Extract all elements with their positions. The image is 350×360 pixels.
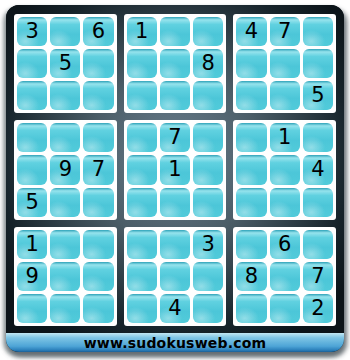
cell-r7c8[interactable]: 6 xyxy=(270,230,300,259)
cell-r2c7[interactable] xyxy=(236,49,266,78)
cell-r6c7[interactable] xyxy=(236,188,266,217)
cell-r1c7[interactable]: 4 xyxy=(236,17,266,46)
cell-r4c6[interactable] xyxy=(193,123,223,152)
sudoku-board: 36518475975711419346872 www.sudokusweb.c… xyxy=(6,5,344,352)
cell-r8c8[interactable] xyxy=(270,262,300,291)
cell-r8c6[interactable] xyxy=(193,262,223,291)
given-digit: 7 xyxy=(92,159,105,180)
given-digit: 7 xyxy=(311,266,324,287)
given-digit: 8 xyxy=(202,53,215,74)
footer-bar: www.sudokusweb.com xyxy=(6,333,344,352)
given-digit: 1 xyxy=(168,159,181,180)
cell-r8c4[interactable] xyxy=(127,262,157,291)
page: { "game": "sudoku", "grid_size": "9x9", … xyxy=(0,0,350,360)
cell-r4c8[interactable]: 1 xyxy=(270,123,300,152)
sudoku-box-3: 475 xyxy=(233,14,336,113)
given-digit: 6 xyxy=(92,21,105,42)
cell-r1c1[interactable]: 3 xyxy=(17,17,47,46)
cell-r3c2[interactable] xyxy=(50,81,80,110)
sudoku-box-6: 14 xyxy=(233,120,336,219)
cell-r3c1[interactable] xyxy=(17,81,47,110)
cell-r9c5[interactable]: 4 xyxy=(160,294,190,323)
cell-r1c4[interactable]: 1 xyxy=(127,17,157,46)
cell-r5c2[interactable]: 9 xyxy=(50,155,80,184)
given-digit: 4 xyxy=(311,159,324,180)
cell-r8c2[interactable] xyxy=(50,262,80,291)
cell-r6c2[interactable] xyxy=(50,188,80,217)
cell-r3c7[interactable] xyxy=(236,81,266,110)
cell-r4c4[interactable] xyxy=(127,123,157,152)
cell-r1c3[interactable]: 6 xyxy=(83,17,113,46)
cell-r7c3[interactable] xyxy=(83,230,113,259)
cell-r5c8[interactable] xyxy=(270,155,300,184)
cell-r2c3[interactable] xyxy=(83,49,113,78)
cell-r7c2[interactable] xyxy=(50,230,80,259)
cell-r6c1[interactable]: 5 xyxy=(17,188,47,217)
cell-r5c7[interactable] xyxy=(236,155,266,184)
cell-r1c9[interactable] xyxy=(303,17,333,46)
given-digit: 1 xyxy=(278,127,291,148)
given-digit: 7 xyxy=(168,127,181,148)
cell-r6c4[interactable] xyxy=(127,188,157,217)
given-digit: 7 xyxy=(278,21,291,42)
cell-r9c1[interactable] xyxy=(17,294,47,323)
cell-r9c4[interactable] xyxy=(127,294,157,323)
cell-r7c5[interactable] xyxy=(160,230,190,259)
cell-r7c1[interactable]: 1 xyxy=(17,230,47,259)
cell-r4c3[interactable] xyxy=(83,123,113,152)
cell-r1c8[interactable]: 7 xyxy=(270,17,300,46)
cell-r4c7[interactable] xyxy=(236,123,266,152)
cell-r8c1[interactable]: 9 xyxy=(17,262,47,291)
cell-r2c8[interactable] xyxy=(270,49,300,78)
cell-r5c6[interactable] xyxy=(193,155,223,184)
cell-r7c4[interactable] xyxy=(127,230,157,259)
cell-r8c9[interactable]: 7 xyxy=(303,262,333,291)
given-digit: 5 xyxy=(25,192,38,213)
site-url-link[interactable]: www.sudokusweb.com xyxy=(84,335,267,351)
cell-r9c8[interactable] xyxy=(270,294,300,323)
cell-r5c4[interactable] xyxy=(127,155,157,184)
given-digit: 3 xyxy=(25,21,38,42)
cell-r9c3[interactable] xyxy=(83,294,113,323)
sudoku-box-5: 71 xyxy=(124,120,227,219)
cell-r6c9[interactable] xyxy=(303,188,333,217)
given-digit: 5 xyxy=(311,85,324,106)
cell-r9c6[interactable] xyxy=(193,294,223,323)
cell-r5c9[interactable]: 4 xyxy=(303,155,333,184)
sudoku-box-2: 18 xyxy=(124,14,227,113)
cell-r7c9[interactable] xyxy=(303,230,333,259)
sudoku-box-9: 6872 xyxy=(233,227,336,326)
cell-r9c9[interactable]: 2 xyxy=(303,294,333,323)
cell-r3c9[interactable]: 5 xyxy=(303,81,333,110)
cell-r2c5[interactable] xyxy=(160,49,190,78)
cell-r8c5[interactable] xyxy=(160,262,190,291)
cell-r7c7[interactable] xyxy=(236,230,266,259)
cell-r2c2[interactable]: 5 xyxy=(50,49,80,78)
sudoku-box-8: 34 xyxy=(124,227,227,326)
given-digit: 3 xyxy=(202,234,215,255)
cell-r2c6[interactable]: 8 xyxy=(193,49,223,78)
cell-r9c7[interactable] xyxy=(236,294,266,323)
sudoku-box-1: 365 xyxy=(14,14,117,113)
sudoku-grid: 36518475975711419346872 xyxy=(6,5,344,333)
cell-r7c6[interactable]: 3 xyxy=(193,230,223,259)
cell-r4c2[interactable] xyxy=(50,123,80,152)
cell-r5c5[interactable]: 1 xyxy=(160,155,190,184)
cell-r4c1[interactable] xyxy=(17,123,47,152)
sudoku-box-4: 975 xyxy=(14,120,117,219)
cell-r6c8[interactable] xyxy=(270,188,300,217)
cell-r1c6[interactable] xyxy=(193,17,223,46)
cell-r2c9[interactable] xyxy=(303,49,333,78)
given-digit: 4 xyxy=(168,298,181,319)
given-digit: 2 xyxy=(311,298,324,319)
cell-r1c5[interactable] xyxy=(160,17,190,46)
cell-r4c5[interactable]: 7 xyxy=(160,123,190,152)
cell-r2c1[interactable] xyxy=(17,49,47,78)
cell-r8c7[interactable]: 8 xyxy=(236,262,266,291)
sudoku-box-7: 19 xyxy=(14,227,117,326)
given-digit: 1 xyxy=(135,21,148,42)
cell-r4c9[interactable] xyxy=(303,123,333,152)
cell-r3c5[interactable] xyxy=(160,81,190,110)
given-digit: 1 xyxy=(25,234,38,255)
cell-r5c1[interactable] xyxy=(17,155,47,184)
given-digit: 9 xyxy=(59,159,72,180)
given-digit: 6 xyxy=(278,234,291,255)
cell-r3c3[interactable] xyxy=(83,81,113,110)
cell-r3c6[interactable] xyxy=(193,81,223,110)
cell-r8c3[interactable] xyxy=(83,262,113,291)
cell-r6c6[interactable] xyxy=(193,188,223,217)
cell-r3c8[interactable] xyxy=(270,81,300,110)
cell-r6c3[interactable] xyxy=(83,188,113,217)
cell-r9c2[interactable] xyxy=(50,294,80,323)
cell-r2c4[interactable] xyxy=(127,49,157,78)
cell-r1c2[interactable] xyxy=(50,17,80,46)
cell-r5c3[interactable]: 7 xyxy=(83,155,113,184)
given-digit: 9 xyxy=(25,266,38,287)
given-digit: 5 xyxy=(59,53,72,74)
cell-r3c4[interactable] xyxy=(127,81,157,110)
given-digit: 4 xyxy=(245,21,258,42)
cell-r6c5[interactable] xyxy=(160,188,190,217)
given-digit: 8 xyxy=(245,266,258,287)
